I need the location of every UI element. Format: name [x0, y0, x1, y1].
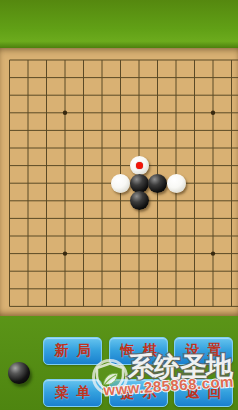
stone-black [148, 174, 167, 193]
game-board[interactable] [0, 48, 238, 316]
undo-button[interactable]: 悔棋 [109, 337, 168, 365]
stone-black [130, 174, 149, 193]
stone-white [111, 174, 130, 193]
stone-white [130, 156, 149, 175]
back-button[interactable]: 返回 [174, 379, 233, 407]
top-bar [0, 0, 238, 48]
stone-black [130, 191, 149, 210]
stone-white [167, 174, 186, 193]
settings-button[interactable]: 设置 [174, 337, 233, 365]
app-screen: 新局 悔棋 设置 菜单 提示 返回 系统圣地 www.285868.com [0, 0, 238, 410]
hint-button[interactable]: 提示 [109, 379, 168, 407]
turn-indicator-black-stone [8, 362, 30, 384]
new-game-button[interactable]: 新局 [43, 337, 102, 365]
last-move-marker [136, 162, 143, 169]
menu-button[interactable]: 菜单 [43, 379, 102, 407]
